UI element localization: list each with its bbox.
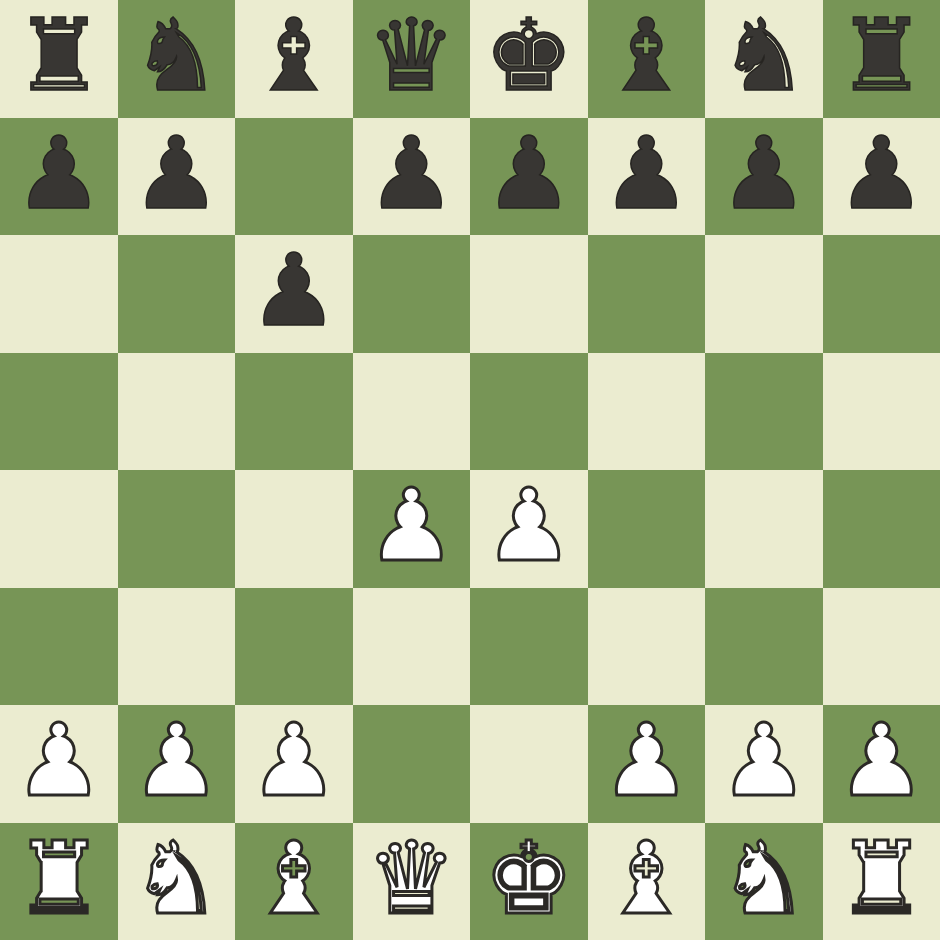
square-g4[interactable] [705, 470, 823, 588]
square-h1[interactable]: ♜ [823, 823, 940, 940]
square-e6[interactable] [470, 235, 588, 353]
square-e2[interactable] [470, 705, 588, 823]
black-pawn-c6-icon[interactable]: ♟ [249, 235, 339, 350]
white-bishop-f1-icon[interactable]: ♝ [601, 823, 691, 938]
white-pawn-h2-icon[interactable]: ♟ [836, 705, 926, 820]
square-f5[interactable] [588, 353, 706, 471]
square-g6[interactable] [705, 235, 823, 353]
white-pawn-c2-icon[interactable]: ♟ [249, 705, 339, 820]
square-e4[interactable]: ♟ [470, 470, 588, 588]
square-b8[interactable]: ♞ [118, 0, 236, 118]
white-rook-a1-icon[interactable]: ♜ [14, 823, 104, 938]
white-pawn-a2-icon[interactable]: ♟ [14, 705, 104, 820]
square-e5[interactable] [470, 353, 588, 471]
square-e3[interactable] [470, 588, 588, 706]
black-knight-b8-icon[interactable]: ♞ [131, 0, 221, 115]
black-pawn-d7-icon[interactable]: ♟ [366, 118, 456, 233]
white-pawn-g2-icon[interactable]: ♟ [719, 705, 809, 820]
square-f3[interactable] [588, 588, 706, 706]
square-h6[interactable] [823, 235, 940, 353]
square-d6[interactable] [353, 235, 471, 353]
square-a8[interactable]: ♜ [0, 0, 118, 118]
square-c1[interactable]: ♝ [235, 823, 353, 940]
black-knight-g8-icon[interactable]: ♞ [719, 0, 809, 115]
black-queen-d8-icon[interactable]: ♛ [366, 0, 456, 115]
square-c3[interactable] [235, 588, 353, 706]
square-e1[interactable]: ♚ [470, 823, 588, 940]
square-c4[interactable] [235, 470, 353, 588]
square-c8[interactable]: ♝ [235, 0, 353, 118]
square-c5[interactable] [235, 353, 353, 471]
square-f8[interactable]: ♝ [588, 0, 706, 118]
square-b5[interactable] [118, 353, 236, 471]
square-d1[interactable]: ♛ [353, 823, 471, 940]
square-g1[interactable]: ♞ [705, 823, 823, 940]
square-g7[interactable]: ♟ [705, 118, 823, 236]
square-f6[interactable] [588, 235, 706, 353]
square-g3[interactable] [705, 588, 823, 706]
square-b1[interactable]: ♞ [118, 823, 236, 940]
white-knight-b1-icon[interactable]: ♞ [131, 823, 221, 938]
square-d3[interactable] [353, 588, 471, 706]
chess-board: ♜♞♝♛♚♝♞♜♟♟♟♟♟♟♟♟♟♟♟♟♟♟♟♟♜♞♝♛♚♝♞♜ [0, 0, 940, 940]
black-pawn-e7-icon[interactable]: ♟ [484, 118, 574, 233]
black-king-e8-icon[interactable]: ♚ [484, 0, 574, 115]
white-pawn-b2-icon[interactable]: ♟ [131, 705, 221, 820]
square-g5[interactable] [705, 353, 823, 471]
square-b6[interactable] [118, 235, 236, 353]
black-pawn-f7-icon[interactable]: ♟ [601, 118, 691, 233]
square-h3[interactable] [823, 588, 940, 706]
white-pawn-e4-icon[interactable]: ♟ [484, 470, 574, 585]
square-h8[interactable]: ♜ [823, 0, 940, 118]
square-g2[interactable]: ♟ [705, 705, 823, 823]
square-c7[interactable] [235, 118, 353, 236]
square-h2[interactable]: ♟ [823, 705, 940, 823]
black-rook-a8-icon[interactable]: ♜ [14, 0, 104, 115]
white-bishop-c1-icon[interactable]: ♝ [249, 823, 339, 938]
square-d7[interactable]: ♟ [353, 118, 471, 236]
square-b3[interactable] [118, 588, 236, 706]
square-f1[interactable]: ♝ [588, 823, 706, 940]
white-king-e1-icon[interactable]: ♚ [484, 823, 574, 938]
square-e7[interactable]: ♟ [470, 118, 588, 236]
black-pawn-b7-icon[interactable]: ♟ [131, 118, 221, 233]
square-b2[interactable]: ♟ [118, 705, 236, 823]
square-h4[interactable] [823, 470, 940, 588]
square-a1[interactable]: ♜ [0, 823, 118, 940]
white-knight-g1-icon[interactable]: ♞ [719, 823, 809, 938]
square-a6[interactable] [0, 235, 118, 353]
square-d5[interactable] [353, 353, 471, 471]
black-bishop-f8-icon[interactable]: ♝ [601, 0, 691, 115]
square-f4[interactable] [588, 470, 706, 588]
square-d2[interactable] [353, 705, 471, 823]
black-bishop-c8-icon[interactable]: ♝ [249, 0, 339, 115]
square-a4[interactable] [0, 470, 118, 588]
square-a3[interactable] [0, 588, 118, 706]
square-e8[interactable]: ♚ [470, 0, 588, 118]
square-c2[interactable]: ♟ [235, 705, 353, 823]
square-h7[interactable]: ♟ [823, 118, 940, 236]
square-a7[interactable]: ♟ [0, 118, 118, 236]
white-pawn-d4-icon[interactable]: ♟ [366, 470, 456, 585]
square-b4[interactable] [118, 470, 236, 588]
white-queen-d1-icon[interactable]: ♛ [366, 823, 456, 938]
square-a2[interactable]: ♟ [0, 705, 118, 823]
square-f2[interactable]: ♟ [588, 705, 706, 823]
black-rook-h8-icon[interactable]: ♜ [836, 0, 926, 115]
black-pawn-g7-icon[interactable]: ♟ [719, 118, 809, 233]
square-b7[interactable]: ♟ [118, 118, 236, 236]
square-f7[interactable]: ♟ [588, 118, 706, 236]
black-pawn-h7-icon[interactable]: ♟ [836, 118, 926, 233]
black-pawn-a7-icon[interactable]: ♟ [14, 118, 104, 233]
square-h5[interactable] [823, 353, 940, 471]
square-d4[interactable]: ♟ [353, 470, 471, 588]
white-pawn-f2-icon[interactable]: ♟ [601, 705, 691, 820]
square-d8[interactable]: ♛ [353, 0, 471, 118]
white-rook-h1-icon[interactable]: ♜ [836, 823, 926, 938]
square-g8[interactable]: ♞ [705, 0, 823, 118]
square-c6[interactable]: ♟ [235, 235, 353, 353]
chess-board-container: ♜♞♝♛♚♝♞♜♟♟♟♟♟♟♟♟♟♟♟♟♟♟♟♟♜♞♝♛♚♝♞♜ [0, 0, 940, 940]
square-a5[interactable] [0, 353, 118, 471]
